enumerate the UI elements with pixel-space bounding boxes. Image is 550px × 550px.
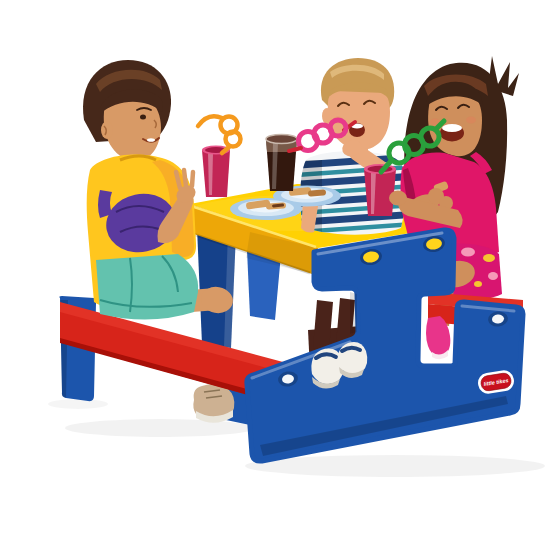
boy-left-eye (140, 115, 146, 120)
pattern-dot (461, 248, 475, 257)
cup-body (202, 150, 230, 197)
boy-left-teeth (147, 138, 155, 142)
pattern-dot (488, 272, 498, 280)
pattern-dot (483, 254, 495, 262)
picnic-table-scene: little tikes (0, 0, 550, 550)
cracker (308, 189, 326, 196)
girl-hand-grip (389, 191, 407, 206)
straw-loop (226, 132, 241, 147)
cup-body (364, 169, 396, 216)
column-shadow (350, 292, 357, 334)
blush (466, 117, 476, 124)
boy-left-shorts (96, 254, 198, 320)
boy-left-ear (101, 121, 113, 139)
shadow (245, 455, 545, 477)
cup-middle (266, 135, 297, 192)
boy-left-shoe (193, 384, 234, 423)
shadow (48, 399, 108, 409)
cup-left (202, 146, 230, 198)
pattern-dot (474, 281, 482, 287)
cup-rim (266, 135, 297, 144)
shadow (65, 419, 255, 437)
girl-teeth (442, 124, 462, 132)
product-photo: little tikes (0, 0, 550, 550)
plate-front (230, 198, 302, 220)
